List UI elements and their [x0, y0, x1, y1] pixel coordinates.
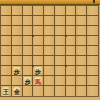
board-cell-4e[interactable]: [55, 46, 66, 56]
board-cell-8e[interactable]: [12, 46, 23, 56]
board-cell-1b[interactable]: [87, 16, 98, 26]
board-cell-6e[interactable]: [33, 46, 44, 56]
board-cell-1g[interactable]: [87, 66, 98, 76]
board-cell-7e[interactable]: [23, 46, 34, 56]
board-cell-3d[interactable]: [66, 36, 77, 46]
piece-glyph: 王: [3, 89, 9, 96]
board-cell-9f[interactable]: [1, 56, 12, 66]
board-cell-8h[interactable]: [12, 76, 23, 86]
board-cell-4b[interactable]: [55, 16, 66, 26]
piece-king-9i[interactable]: 王: [1, 86, 10, 96]
board-cell-9h[interactable]: [1, 76, 12, 86]
star-point: [32, 35, 34, 37]
board-cell-3a[interactable]: [66, 6, 77, 16]
board-cell-8b[interactable]: [12, 16, 23, 26]
board-cell-2b[interactable]: [76, 16, 87, 26]
board-cell-7h[interactable]: 歩: [23, 76, 34, 86]
piece-glyph: 金: [14, 89, 20, 96]
board-cell-5g[interactable]: [44, 66, 55, 76]
board-cell-8g[interactable]: 歩: [12, 66, 23, 76]
star-point: [65, 35, 67, 37]
board-cell-9c[interactable]: [1, 26, 12, 36]
board-cell-9a[interactable]: [1, 6, 12, 16]
board-cell-2e[interactable]: [76, 46, 87, 56]
board-right-margin: [99, 5, 100, 100]
piece-gold-8i[interactable]: 金: [12, 86, 21, 96]
board-cell-5a[interactable]: [44, 6, 55, 16]
piece-glyph: 歩: [14, 68, 20, 75]
piece-glyph: 歩: [24, 78, 30, 85]
piece-glyph: 歩: [35, 68, 41, 75]
board-cell-1h[interactable]: [87, 76, 98, 86]
board-cell-9i[interactable]: 王: [1, 86, 12, 96]
board-cell-5d[interactable]: [44, 36, 55, 46]
board-cell-9d[interactable]: [1, 36, 12, 46]
board-cell-1e[interactable]: [87, 46, 98, 56]
board-cell-2d[interactable]: [76, 36, 87, 46]
board-cell-8a[interactable]: [12, 6, 23, 16]
board-cell-1d[interactable]: [87, 36, 98, 46]
board-cell-6i[interactable]: [33, 86, 44, 96]
board-cell-5i[interactable]: [44, 86, 55, 96]
board-cell-3c[interactable]: [66, 26, 77, 36]
star-point: [32, 65, 34, 67]
board-cell-6b[interactable]: [33, 16, 44, 26]
board-cell-1i[interactable]: [87, 86, 98, 96]
board-cell-3i[interactable]: [66, 86, 77, 96]
piece-promoted-bishop-6h[interactable]: 馬: [34, 76, 43, 86]
star-point: [65, 65, 67, 67]
board-cell-7a[interactable]: [23, 6, 34, 16]
piece-pawn-6g[interactable]: 歩: [34, 66, 43, 76]
board-cell-3b[interactable]: [66, 16, 77, 26]
board-cell-7d[interactable]: [23, 36, 34, 46]
shogi-app-window: 歩歩歩馬王金: [0, 0, 100, 100]
board-cell-9e[interactable]: [1, 46, 12, 56]
shogi-board: 歩歩歩馬王金: [0, 5, 99, 97]
board-cell-7b[interactable]: [23, 16, 34, 26]
board-cell-1c[interactable]: [87, 26, 98, 36]
board-cell-9b[interactable]: [1, 16, 12, 26]
board-cell-5e[interactable]: [44, 46, 55, 56]
board-cell-8f[interactable]: [12, 56, 23, 66]
board-cell-6c[interactable]: [33, 26, 44, 36]
board-cell-5h[interactable]: [44, 76, 55, 86]
board-cell-3e[interactable]: [66, 46, 77, 56]
board-cell-3f[interactable]: [66, 56, 77, 66]
board-cell-9g[interactable]: [1, 66, 12, 76]
board-cell-1f[interactable]: [87, 56, 98, 66]
board-cell-2a[interactable]: [76, 6, 87, 16]
piece-pawn-7h[interactable]: 歩: [23, 76, 32, 86]
board-cell-4h[interactable]: [55, 76, 66, 86]
board-cell-2f[interactable]: [76, 56, 87, 66]
board-cell-2i[interactable]: [76, 86, 87, 96]
board-cell-2c[interactable]: [76, 26, 87, 36]
piece-pawn-8g[interactable]: 歩: [12, 66, 21, 76]
board-cell-1a[interactable]: [87, 6, 98, 16]
board-grid: 歩歩歩馬王金: [1, 6, 98, 96]
board-cell-6a[interactable]: [33, 6, 44, 16]
board-cell-8c[interactable]: [12, 26, 23, 36]
board-cell-4a[interactable]: [55, 6, 66, 16]
board-cell-5c[interactable]: [44, 26, 55, 36]
board-cell-7i[interactable]: [23, 86, 34, 96]
board-cell-4i[interactable]: [55, 86, 66, 96]
board-cell-3h[interactable]: [66, 76, 77, 86]
board-cell-5b[interactable]: [44, 16, 55, 26]
board-cell-2g[interactable]: [76, 66, 87, 76]
board-cell-7g[interactable]: [23, 66, 34, 76]
board-cell-8d[interactable]: [12, 36, 23, 46]
piece-glyph: 馬: [35, 78, 41, 85]
window-control-icon[interactable]: [93, 0, 95, 3]
board-cell-6f[interactable]: [33, 56, 44, 66]
board-cell-6h[interactable]: 馬: [33, 76, 44, 86]
board-bottom-margin: [0, 97, 100, 100]
board-cell-4d[interactable]: [55, 36, 66, 46]
board-cell-5f[interactable]: [44, 56, 55, 66]
board-cell-6d[interactable]: [33, 36, 44, 46]
board-cell-4g[interactable]: [55, 66, 66, 76]
board-cell-2h[interactable]: [76, 76, 87, 86]
board-cell-6g[interactable]: 歩: [33, 66, 44, 76]
board-cell-3g[interactable]: [66, 66, 77, 76]
board-cell-8i[interactable]: 金: [12, 86, 23, 96]
